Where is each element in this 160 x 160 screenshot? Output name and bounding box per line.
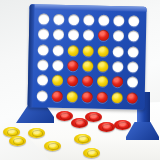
cell-r1c5[interactable] bbox=[96, 13, 111, 29]
disc-ring bbox=[78, 136, 89, 142]
yellow-disc bbox=[67, 91, 78, 102]
empty-hole bbox=[37, 60, 48, 71]
cell-r2c6[interactable] bbox=[111, 28, 126, 44]
yellow-disc bbox=[112, 92, 123, 103]
empty-hole bbox=[113, 15, 124, 26]
empty-hole bbox=[98, 15, 109, 26]
disc-ring bbox=[87, 150, 98, 156]
photo-scene bbox=[0, 0, 160, 160]
empty-hole bbox=[53, 29, 64, 40]
cell-r1c7[interactable] bbox=[126, 13, 141, 29]
cell-r5c5[interactable] bbox=[95, 74, 110, 90]
red-disc bbox=[67, 76, 78, 87]
empty-hole bbox=[113, 46, 124, 57]
yellow-disc bbox=[97, 76, 108, 87]
red-disc bbox=[112, 76, 123, 87]
empty-hole bbox=[127, 77, 138, 88]
disc-ring bbox=[89, 114, 100, 120]
loose-yellow-disc-2[interactable] bbox=[9, 136, 26, 146]
cell-r5c6[interactable] bbox=[110, 74, 125, 90]
empty-hole bbox=[37, 75, 48, 86]
red-disc bbox=[127, 92, 138, 103]
cell-r2c5[interactable] bbox=[96, 28, 111, 44]
red-disc bbox=[82, 91, 93, 102]
empty-hole bbox=[83, 30, 94, 41]
cell-r4c7[interactable] bbox=[125, 59, 140, 75]
disc-ring bbox=[7, 129, 18, 135]
loose-red-disc-5[interactable] bbox=[114, 120, 131, 130]
cell-r1c3[interactable] bbox=[66, 12, 81, 28]
cell-r6c3[interactable] bbox=[65, 89, 80, 105]
cell-r3c2[interactable] bbox=[51, 42, 66, 58]
yellow-disc bbox=[82, 61, 93, 72]
empty-hole bbox=[68, 14, 79, 25]
loose-yellow-disc-4[interactable] bbox=[44, 141, 61, 151]
red-disc bbox=[97, 92, 108, 103]
empty-hole bbox=[128, 15, 139, 26]
cell-r3c4[interactable] bbox=[81, 43, 96, 59]
cell-r6c6[interactable] bbox=[110, 90, 125, 106]
disc-ring bbox=[13, 138, 24, 144]
empty-hole bbox=[52, 60, 63, 71]
yellow-disc bbox=[52, 75, 63, 86]
cell-r5c3[interactable] bbox=[65, 73, 80, 89]
empty-hole bbox=[53, 45, 64, 56]
cell-r2c1[interactable] bbox=[36, 27, 51, 43]
cell-r3c3[interactable] bbox=[66, 43, 81, 59]
cell-r1c2[interactable] bbox=[51, 12, 66, 28]
cell-r1c6[interactable] bbox=[111, 13, 126, 29]
red-disc bbox=[67, 60, 78, 71]
cell-r6c5[interactable] bbox=[95, 89, 110, 105]
yellow-disc bbox=[97, 61, 108, 72]
cell-r5c4[interactable] bbox=[80, 74, 95, 90]
cell-r6c4[interactable] bbox=[80, 89, 95, 105]
empty-hole bbox=[53, 14, 64, 25]
connect-four-board bbox=[27, 4, 146, 109]
yellow-disc bbox=[83, 45, 94, 56]
cell-r4c5[interactable] bbox=[95, 59, 110, 75]
cell-r1c4[interactable] bbox=[81, 12, 96, 28]
cell-r3c1[interactable] bbox=[36, 42, 51, 58]
disc-ring bbox=[118, 122, 129, 128]
red-disc bbox=[52, 91, 63, 102]
disc-ring bbox=[60, 113, 71, 119]
cell-r4c3[interactable] bbox=[65, 58, 80, 74]
empty-hole bbox=[38, 44, 49, 55]
cell-r5c1[interactable] bbox=[35, 73, 50, 89]
cell-r6c2[interactable] bbox=[50, 88, 65, 104]
board-grid bbox=[35, 11, 142, 105]
cell-r1c1[interactable] bbox=[36, 11, 51, 27]
disc-ring bbox=[48, 143, 59, 149]
disc-ring bbox=[102, 124, 113, 130]
cell-r2c7[interactable] bbox=[126, 29, 141, 45]
cell-r5c7[interactable] bbox=[125, 75, 140, 91]
loose-yellow-disc-5[interactable] bbox=[74, 134, 91, 144]
empty-hole bbox=[128, 31, 139, 42]
cell-r2c2[interactable] bbox=[51, 27, 66, 43]
cell-r3c6[interactable] bbox=[111, 44, 126, 60]
loose-red-disc-3[interactable] bbox=[85, 112, 102, 122]
yellow-disc bbox=[98, 46, 109, 57]
disc-ring bbox=[32, 130, 43, 136]
disc-ring bbox=[75, 120, 86, 126]
cell-r4c4[interactable] bbox=[80, 58, 95, 74]
red-disc bbox=[98, 30, 109, 41]
cell-r6c7[interactable] bbox=[125, 90, 140, 106]
cell-r2c3[interactable] bbox=[66, 27, 81, 43]
red-disc bbox=[82, 76, 93, 87]
cell-r3c5[interactable] bbox=[96, 43, 111, 59]
empty-hole bbox=[37, 90, 48, 101]
loose-red-disc-4[interactable] bbox=[98, 122, 115, 132]
empty-hole bbox=[128, 46, 139, 57]
cell-r4c6[interactable] bbox=[110, 59, 125, 75]
loose-yellow-disc-6[interactable] bbox=[83, 148, 100, 158]
cell-r5c2[interactable] bbox=[50, 73, 65, 89]
cell-r2c4[interactable] bbox=[81, 28, 96, 44]
cell-r4c2[interactable] bbox=[50, 58, 65, 74]
loose-red-disc-1[interactable] bbox=[56, 111, 73, 121]
empty-hole bbox=[127, 61, 138, 72]
yellow-disc bbox=[68, 45, 79, 56]
cell-r3c7[interactable] bbox=[126, 44, 141, 60]
empty-hole bbox=[113, 31, 124, 42]
loose-yellow-disc-3[interactable] bbox=[28, 128, 45, 138]
empty-hole bbox=[83, 15, 94, 26]
empty-hole bbox=[68, 30, 79, 41]
empty-hole bbox=[38, 29, 49, 40]
cell-r4c1[interactable] bbox=[35, 57, 50, 73]
empty-hole bbox=[112, 61, 123, 72]
empty-hole bbox=[38, 14, 49, 25]
cell-r6c1[interactable] bbox=[35, 88, 50, 104]
